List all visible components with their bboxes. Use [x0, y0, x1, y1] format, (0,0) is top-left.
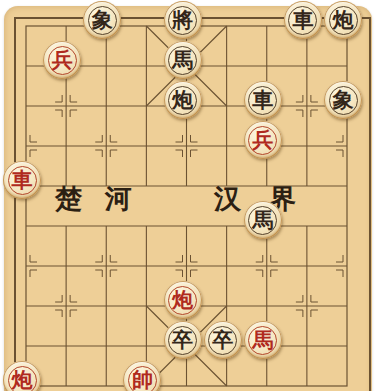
piece-black-cannon[interactable]: 炮	[164, 81, 202, 119]
piece-glyph: 馬	[164, 41, 202, 79]
piece-glyph: 兵	[43, 41, 81, 79]
river-label-chu-he: 楚河	[55, 183, 155, 215]
piece-red-cannon[interactable]: 炮	[164, 281, 202, 319]
piece-glyph: 車	[284, 1, 322, 39]
piece-black-chariot[interactable]: 車	[244, 81, 282, 119]
piece-red-soldier[interactable]: 兵	[43, 41, 81, 79]
piece-black-soldier[interactable]: 卒	[164, 321, 202, 359]
piece-black-elephant[interactable]: 象	[324, 81, 362, 119]
piece-glyph: 兵	[244, 121, 282, 159]
piece-glyph: 卒	[164, 321, 202, 359]
piece-glyph: 車	[244, 81, 282, 119]
piece-glyph: 卒	[204, 321, 242, 359]
piece-glyph: 象	[324, 81, 362, 119]
xiangqi-screenshot: { "game": "xiangqi", "position": "2b1k2r…	[0, 0, 375, 391]
piece-black-chariot[interactable]: 車	[284, 1, 322, 39]
piece-glyph: 帥	[123, 361, 161, 391]
piece-black-horse[interactable]: 馬	[164, 41, 202, 79]
piece-red-cannon[interactable]: 炮	[3, 361, 41, 391]
piece-glyph: 馬	[244, 201, 282, 239]
piece-red-chariot[interactable]: 車	[3, 161, 41, 199]
piece-black-elephant[interactable]: 象	[83, 1, 121, 39]
piece-glyph: 炮	[164, 81, 202, 119]
piece-glyph: 車	[3, 161, 41, 199]
piece-red-horse[interactable]: 馬	[244, 321, 282, 359]
piece-glyph: 炮	[164, 281, 202, 319]
piece-glyph: 象	[83, 1, 121, 39]
piece-red-soldier[interactable]: 兵	[244, 121, 282, 159]
piece-black-general[interactable]: 將	[164, 1, 202, 39]
piece-black-horse[interactable]: 馬	[244, 201, 282, 239]
piece-glyph: 馬	[244, 321, 282, 359]
piece-black-soldier[interactable]: 卒	[204, 321, 242, 359]
piece-black-cannon[interactable]: 炮	[324, 1, 362, 39]
piece-glyph: 炮	[3, 361, 41, 391]
piece-glyph: 將	[164, 1, 202, 39]
piece-red-general[interactable]: 帥	[123, 361, 161, 391]
piece-glyph: 炮	[324, 1, 362, 39]
